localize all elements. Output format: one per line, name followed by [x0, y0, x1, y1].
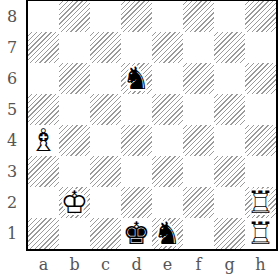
square-h7[interactable]: [245, 32, 276, 63]
piece-white-rook-h2[interactable]: ♖: [245, 187, 276, 218]
file-label-e: e: [152, 252, 183, 276]
file-labels: abcdefgh: [28, 252, 276, 276]
square-h4[interactable]: [245, 125, 276, 156]
chess-board: ♞♞♝♗♚♔♜♖♚♚♞♞♜♖: [26, 0, 278, 251]
piece-black-king-d1[interactable]: ♚: [121, 218, 152, 249]
piece-halo: ♞: [121, 63, 152, 94]
square-b7[interactable]: [59, 32, 90, 63]
square-b3[interactable]: [59, 156, 90, 187]
square-c1[interactable]: [90, 218, 121, 249]
square-f7[interactable]: [183, 32, 214, 63]
square-h5[interactable]: [245, 94, 276, 125]
square-g3[interactable]: [214, 156, 245, 187]
rank-label-3: 3: [0, 156, 24, 187]
square-c4[interactable]: [90, 125, 121, 156]
square-e8[interactable]: [152, 1, 183, 32]
square-c8[interactable]: [90, 1, 121, 32]
file-label-f: f: [183, 252, 214, 276]
file-label-d: d: [121, 252, 152, 276]
square-g4[interactable]: [214, 125, 245, 156]
square-b4[interactable]: [59, 125, 90, 156]
square-c5[interactable]: [90, 94, 121, 125]
square-f8[interactable]: [183, 1, 214, 32]
file-label-c: c: [90, 252, 121, 276]
piece-halo: ♚: [59, 187, 90, 218]
square-a2[interactable]: [28, 187, 59, 218]
square-b2[interactable]: ♚♔: [59, 187, 90, 218]
square-c2[interactable]: [90, 187, 121, 218]
square-h1[interactable]: ♜♖: [245, 218, 276, 249]
square-a4[interactable]: ♝♗: [28, 125, 59, 156]
piece-white-bishop-a4[interactable]: ♗: [28, 125, 59, 156]
square-g7[interactable]: [214, 32, 245, 63]
file-label-a: a: [28, 252, 59, 276]
square-f1[interactable]: [183, 218, 214, 249]
square-f3[interactable]: [183, 156, 214, 187]
rank-label-2: 2: [0, 187, 24, 218]
square-d7[interactable]: [121, 32, 152, 63]
square-b1[interactable]: [59, 218, 90, 249]
piece-black-knight-e1[interactable]: ♞: [152, 218, 183, 249]
rank-labels: 87654321: [0, 1, 24, 249]
square-a6[interactable]: [28, 63, 59, 94]
square-g8[interactable]: [214, 1, 245, 32]
square-d5[interactable]: [121, 94, 152, 125]
square-f5[interactable]: [183, 94, 214, 125]
square-e2[interactable]: [152, 187, 183, 218]
rank-label-7: 7: [0, 32, 24, 63]
piece-white-king-b2[interactable]: ♔: [59, 187, 90, 218]
square-h3[interactable]: [245, 156, 276, 187]
square-g2[interactable]: [214, 187, 245, 218]
rank-label-4: 4: [0, 125, 24, 156]
square-h8[interactable]: [245, 1, 276, 32]
square-b5[interactable]: [59, 94, 90, 125]
square-c7[interactable]: [90, 32, 121, 63]
square-b8[interactable]: [59, 1, 90, 32]
file-label-b: b: [59, 252, 90, 276]
square-e4[interactable]: [152, 125, 183, 156]
square-g1[interactable]: [214, 218, 245, 249]
square-g6[interactable]: [214, 63, 245, 94]
square-e1[interactable]: ♞♞: [152, 218, 183, 249]
square-g5[interactable]: [214, 94, 245, 125]
square-d1[interactable]: ♚♚: [121, 218, 152, 249]
rank-label-5: 5: [0, 94, 24, 125]
file-label-g: g: [214, 252, 245, 276]
square-d6[interactable]: ♞♞: [121, 63, 152, 94]
piece-halo: ♝: [28, 125, 59, 156]
piece-halo: ♜: [245, 187, 276, 218]
square-d3[interactable]: [121, 156, 152, 187]
square-h6[interactable]: [245, 63, 276, 94]
square-a7[interactable]: [28, 32, 59, 63]
square-a3[interactable]: [28, 156, 59, 187]
square-e7[interactable]: [152, 32, 183, 63]
piece-halo: ♜: [245, 218, 276, 249]
square-b6[interactable]: [59, 63, 90, 94]
rank-label-1: 1: [0, 218, 24, 249]
rank-label-8: 8: [0, 1, 24, 32]
square-f6[interactable]: [183, 63, 214, 94]
square-f4[interactable]: [183, 125, 214, 156]
square-e6[interactable]: [152, 63, 183, 94]
square-d4[interactable]: [121, 125, 152, 156]
square-d8[interactable]: [121, 1, 152, 32]
square-a5[interactable]: [28, 94, 59, 125]
piece-white-rook-h1[interactable]: ♖: [245, 218, 276, 249]
square-c3[interactable]: [90, 156, 121, 187]
file-label-h: h: [245, 252, 276, 276]
chess-diagram: 87654321 ♞♞♝♗♚♔♜♖♚♚♞♞♜♖ abcdefgh: [0, 0, 279, 279]
rank-label-6: 6: [0, 63, 24, 94]
square-c6[interactable]: [90, 63, 121, 94]
square-h2[interactable]: ♜♖: [245, 187, 276, 218]
piece-halo: ♞: [152, 218, 183, 249]
square-e5[interactable]: [152, 94, 183, 125]
square-d2[interactable]: [121, 187, 152, 218]
square-e3[interactable]: [152, 156, 183, 187]
piece-black-knight-d6[interactable]: ♞: [121, 63, 152, 94]
piece-halo: ♚: [121, 218, 152, 249]
square-f2[interactable]: [183, 187, 214, 218]
square-a1[interactable]: [28, 218, 59, 249]
square-a8[interactable]: [28, 1, 59, 32]
